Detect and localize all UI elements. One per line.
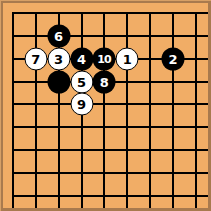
- stone-black-move-2: 2: [162, 47, 185, 70]
- frame-highlight-top: [0, 0, 211, 1]
- grid-line-horizontal-5: [12, 103, 208, 105]
- stone-move-number: 3: [54, 52, 63, 65]
- go-board-frame: 12345678910: [0, 0, 211, 211]
- grid-line-vertical-1: [12, 12, 14, 208]
- stone-move-number: 7: [31, 52, 40, 65]
- stone-black-move-8: 8: [93, 70, 116, 93]
- grid-line-horizontal-7: [12, 149, 208, 151]
- grid-line-vertical-9: [195, 12, 197, 208]
- stone-move-number: 4: [77, 52, 86, 65]
- grid-line-horizontal-1: [12, 12, 208, 14]
- grid-line-horizontal-2: [12, 35, 208, 37]
- grid-line-vertical-5: [103, 12, 105, 208]
- grid-line-horizontal-8: [12, 172, 208, 174]
- grid-line-vertical-8: [172, 12, 174, 208]
- grid-line-vertical-6: [126, 12, 128, 208]
- stone-white-move-7: 7: [24, 47, 47, 70]
- stone-black-plain: [47, 70, 70, 93]
- stone-black-move-6: 6: [47, 24, 70, 47]
- stone-white-move-3: 3: [47, 47, 70, 70]
- grid-line-vertical-7: [149, 12, 151, 208]
- frame-highlight-left: [0, 0, 1, 211]
- stone-move-number: 9: [77, 98, 86, 111]
- stone-black-move-4: 4: [70, 47, 93, 70]
- stone-move-number: 6: [54, 29, 63, 42]
- go-board-surface: 12345678910: [3, 3, 208, 208]
- grid-line-horizontal-6: [12, 126, 208, 128]
- stone-white-move-1: 1: [116, 47, 139, 70]
- stone-white-move-5: 5: [70, 70, 93, 93]
- stone-black-move-10: 10: [93, 47, 116, 70]
- stone-move-number: 8: [100, 75, 109, 88]
- stone-move-number: 5: [77, 75, 86, 88]
- stone-move-number: 1: [123, 52, 132, 65]
- stone-move-number: 2: [169, 52, 178, 65]
- grid-line-horizontal-9: [12, 195, 208, 197]
- stone-move-number: 10: [97, 53, 110, 64]
- stone-white-move-9: 9: [70, 93, 93, 116]
- grid-line-vertical-2: [35, 12, 37, 208]
